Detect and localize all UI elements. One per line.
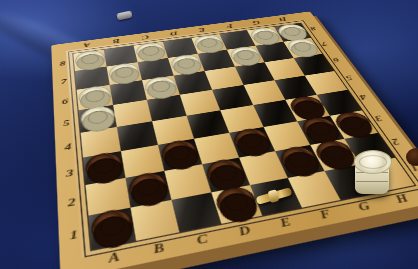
off-board-white-pieces[interactable] [352,148,392,200]
spare-stack-top [354,150,392,174]
spare-stack-seam [356,181,388,182]
photo-scene: ABCDEFGH ABCDEFGH 87654321 87654321 [0,0,418,269]
coordinate-label: 4 [59,133,78,161]
coordinate-label: 6 [56,90,73,113]
coordinate-label: 8 [55,54,71,73]
coordinate-label: 2 [61,185,83,219]
coordinate-label: 7 [56,71,73,92]
coordinate-label: 3 [60,158,80,189]
square-a1[interactable] [88,208,136,250]
coordinate-label: 5 [57,110,75,135]
coordinate-label: 1 [63,216,86,255]
